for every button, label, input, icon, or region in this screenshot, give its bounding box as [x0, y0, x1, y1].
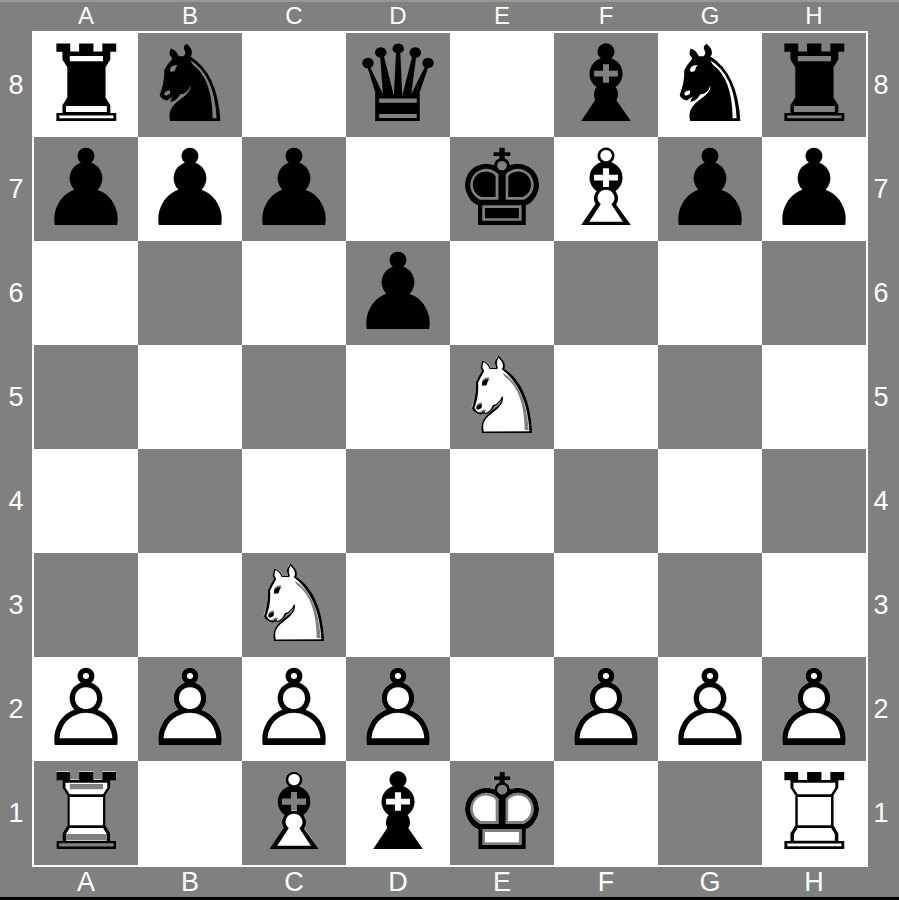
black-pawn[interactable]: ♟ — [138, 137, 242, 241]
square-f7[interactable]: ♝♗ — [554, 137, 658, 241]
square-a5[interactable] — [34, 345, 138, 449]
rank-label-right-3: 3 — [866, 553, 896, 657]
square-g8[interactable]: ♞ — [658, 33, 762, 137]
square-e6[interactable] — [450, 241, 554, 345]
piece-glyph: ♟ — [346, 241, 450, 345]
square-e5[interactable]: ♞♘ — [450, 345, 554, 449]
square-b4[interactable] — [138, 449, 242, 553]
piece-fill-layer: ♟ — [346, 657, 450, 761]
white-pawn[interactable]: ♟♙ — [138, 657, 242, 761]
file-label-bottom-h: H — [762, 867, 866, 898]
rank-labels-left: 87654321 — [0, 33, 32, 865]
piece-glyph: ♞ — [658, 33, 762, 137]
black-pawn[interactable]: ♟ — [34, 137, 138, 241]
black-rook[interactable]: ♜ — [34, 33, 138, 137]
square-a6[interactable] — [34, 241, 138, 345]
white-rook[interactable]: ♜♖ — [34, 761, 138, 865]
white-pawn[interactable]: ♟♙ — [658, 657, 762, 761]
square-g7[interactable]: ♟ — [658, 137, 762, 241]
file-label-top-b: B — [138, 0, 242, 31]
square-d5[interactable] — [346, 345, 450, 449]
piece-outline-layer: ♖ — [34, 761, 138, 865]
rank-label-right-4: 4 — [866, 449, 896, 553]
black-rook[interactable]: ♜ — [762, 33, 866, 137]
file-labels-bottom: ABCDEFGH — [34, 867, 866, 895]
square-d8[interactable]: ♛ — [346, 33, 450, 137]
rank-label-right-7: 7 — [866, 137, 896, 241]
square-b1[interactable] — [138, 761, 242, 865]
file-label-bottom-a: A — [34, 867, 138, 898]
file-label-bottom-c: C — [242, 867, 346, 898]
square-h2[interactable]: ♟♙ — [762, 657, 866, 761]
square-h6[interactable] — [762, 241, 866, 345]
piece-fill-layer: ♟ — [34, 657, 138, 761]
square-f3[interactable] — [554, 553, 658, 657]
piece-fill-layer: ♚ — [450, 761, 554, 865]
file-label-bottom-b: B — [138, 867, 242, 898]
square-h3[interactable] — [762, 553, 866, 657]
piece-outline-layer: ♙ — [346, 657, 450, 761]
square-c8[interactable] — [242, 33, 346, 137]
square-f5[interactable] — [554, 345, 658, 449]
square-c6[interactable] — [242, 241, 346, 345]
file-label-bottom-d: D — [346, 867, 450, 898]
rank-label-right-6: 6 — [866, 241, 896, 345]
black-queen[interactable]: ♛ — [346, 33, 450, 137]
square-h4[interactable] — [762, 449, 866, 553]
square-b6[interactable] — [138, 241, 242, 345]
black-knight[interactable]: ♞ — [138, 33, 242, 137]
square-g3[interactable] — [658, 553, 762, 657]
square-a8[interactable]: ♜ — [34, 33, 138, 137]
square-e8[interactable] — [450, 33, 554, 137]
rank-label-right-2: 2 — [866, 657, 896, 761]
white-pawn[interactable]: ♟♙ — [34, 657, 138, 761]
black-knight[interactable]: ♞ — [658, 33, 762, 137]
piece-outline-layer: ♗ — [242, 761, 346, 865]
square-b7[interactable]: ♟ — [138, 137, 242, 241]
square-f8[interactable]: ♝ — [554, 33, 658, 137]
square-e1[interactable]: ♚♔ — [450, 761, 554, 865]
file-label-top-d: D — [346, 0, 450, 31]
rank-label-left-8: 8 — [0, 33, 32, 137]
piece-fill-layer: ♟ — [658, 657, 762, 761]
piece-fill-layer: ♟ — [762, 657, 866, 761]
piece-outline-layer: ♗ — [554, 137, 658, 241]
square-f1[interactable] — [554, 761, 658, 865]
piece-fill-layer: ♞ — [450, 345, 554, 449]
black-king[interactable]: ♚ — [450, 137, 554, 241]
piece-glyph: ♟ — [34, 137, 138, 241]
piece-outline-layer: ♙ — [242, 657, 346, 761]
piece-fill-layer: ♜ — [34, 761, 138, 865]
piece-fill-layer: ♟ — [554, 657, 658, 761]
square-b5[interactable] — [138, 345, 242, 449]
square-d1[interactable]: ♝ — [346, 761, 450, 865]
square-c2[interactable]: ♟♙ — [242, 657, 346, 761]
chess-board: ♜♞♛♝♞♜♟♟♟♚♝♗♟♟♟♞♘♞♘♟♙♟♙♟♙♟♙♟♙♟♙♟♙♜♖♝♗♝♚♔… — [34, 33, 866, 865]
piece-glyph: ♝ — [554, 33, 658, 137]
piece-glyph: ♟ — [658, 137, 762, 241]
white-knight[interactable]: ♞♘ — [242, 553, 346, 657]
rank-label-left-1: 1 — [0, 761, 32, 865]
piece-glyph: ♟ — [138, 137, 242, 241]
file-label-top-g: G — [658, 0, 762, 31]
square-c3[interactable]: ♞♘ — [242, 553, 346, 657]
rank-labels-right: 87654321 — [866, 33, 896, 865]
white-bishop[interactable]: ♝♗ — [242, 761, 346, 865]
piece-outline-layer: ♖ — [762, 761, 866, 865]
piece-glyph: ♛ — [346, 33, 450, 137]
square-f4[interactable] — [554, 449, 658, 553]
piece-outline-layer: ♙ — [658, 657, 762, 761]
square-b2[interactable]: ♟♙ — [138, 657, 242, 761]
rank-label-right-8: 8 — [866, 33, 896, 137]
rank-label-left-5: 5 — [0, 345, 32, 449]
rank-label-right-5: 5 — [866, 345, 896, 449]
file-label-top-a: A — [34, 0, 138, 31]
square-c7[interactable]: ♟ — [242, 137, 346, 241]
piece-outline-layer: ♔ — [450, 761, 554, 865]
white-pawn[interactable]: ♟♙ — [346, 657, 450, 761]
square-b3[interactable] — [138, 553, 242, 657]
chess-board-app: ABCDEFGH 87654321 87654321 ABCDEFGH ♜♞♛♝… — [0, 0, 899, 900]
white-knight[interactable]: ♞♘ — [450, 345, 554, 449]
piece-outline-layer: ♘ — [450, 345, 554, 449]
square-e3[interactable] — [450, 553, 554, 657]
piece-outline-layer: ♙ — [762, 657, 866, 761]
black-bishop[interactable]: ♝ — [554, 33, 658, 137]
square-g2[interactable]: ♟♙ — [658, 657, 762, 761]
piece-fill-layer: ♟ — [242, 657, 346, 761]
square-a1[interactable]: ♜♖ — [34, 761, 138, 865]
file-label-top-c: C — [242, 0, 346, 31]
file-label-top-f: F — [554, 0, 658, 31]
black-pawn[interactable]: ♟ — [346, 241, 450, 345]
black-pawn[interactable]: ♟ — [658, 137, 762, 241]
white-king[interactable]: ♚♔ — [450, 761, 554, 865]
square-d2[interactable]: ♟♙ — [346, 657, 450, 761]
rank-label-left-7: 7 — [0, 137, 32, 241]
file-label-bottom-f: F — [554, 867, 658, 898]
piece-fill-layer: ♜ — [762, 761, 866, 865]
square-b8[interactable]: ♞ — [138, 33, 242, 137]
rank-label-left-3: 3 — [0, 553, 32, 657]
black-pawn[interactable]: ♟ — [242, 137, 346, 241]
rank-label-right-1: 1 — [866, 761, 896, 865]
piece-glyph: ♞ — [138, 33, 242, 137]
square-g1[interactable] — [658, 761, 762, 865]
piece-outline-layer: ♙ — [138, 657, 242, 761]
square-h7[interactable]: ♟ — [762, 137, 866, 241]
square-d6[interactable]: ♟ — [346, 241, 450, 345]
square-d3[interactable] — [346, 553, 450, 657]
piece-fill-layer: ♝ — [242, 761, 346, 865]
square-g5[interactable] — [658, 345, 762, 449]
square-e2[interactable] — [450, 657, 554, 761]
white-rook[interactable]: ♜♖ — [762, 761, 866, 865]
file-label-bottom-e: E — [450, 867, 554, 898]
square-c5[interactable] — [242, 345, 346, 449]
square-a3[interactable] — [34, 553, 138, 657]
square-h5[interactable] — [762, 345, 866, 449]
square-d4[interactable] — [346, 449, 450, 553]
piece-fill-layer: ♟ — [138, 657, 242, 761]
white-pawn[interactable]: ♟♙ — [554, 657, 658, 761]
piece-fill-layer: ♝ — [554, 137, 658, 241]
piece-fill-layer: ♞ — [242, 553, 346, 657]
square-a2[interactable]: ♟♙ — [34, 657, 138, 761]
piece-glyph: ♟ — [762, 137, 866, 241]
rank-label-left-4: 4 — [0, 449, 32, 553]
piece-outline-layer: ♙ — [554, 657, 658, 761]
square-g4[interactable] — [658, 449, 762, 553]
square-c1[interactable]: ♝♗ — [242, 761, 346, 865]
square-h1[interactable]: ♜♖ — [762, 761, 866, 865]
file-label-top-h: H — [762, 0, 866, 31]
white-bishop[interactable]: ♝♗ — [554, 137, 658, 241]
square-h8[interactable]: ♜ — [762, 33, 866, 137]
black-bishop[interactable]: ♝ — [346, 761, 450, 865]
black-pawn[interactable]: ♟ — [762, 137, 866, 241]
piece-outline-layer: ♙ — [34, 657, 138, 761]
white-pawn[interactable]: ♟♙ — [762, 657, 866, 761]
piece-glyph: ♜ — [762, 33, 866, 137]
square-f2[interactable]: ♟♙ — [554, 657, 658, 761]
white-pawn[interactable]: ♟♙ — [242, 657, 346, 761]
square-g6[interactable] — [658, 241, 762, 345]
square-a7[interactable]: ♟ — [34, 137, 138, 241]
square-f6[interactable] — [554, 241, 658, 345]
piece-glyph: ♝ — [346, 761, 450, 865]
rank-label-left-2: 2 — [0, 657, 32, 761]
file-label-bottom-g: G — [658, 867, 762, 898]
piece-glyph: ♜ — [34, 33, 138, 137]
piece-glyph: ♚ — [450, 137, 554, 241]
piece-glyph: ♟ — [242, 137, 346, 241]
square-a4[interactable] — [34, 449, 138, 553]
piece-outline-layer: ♘ — [242, 553, 346, 657]
square-c4[interactable] — [242, 449, 346, 553]
square-e7[interactable]: ♚ — [450, 137, 554, 241]
square-e4[interactable] — [450, 449, 554, 553]
square-d7[interactable] — [346, 137, 450, 241]
rank-label-left-6: 6 — [0, 241, 32, 345]
file-label-top-e: E — [450, 0, 554, 31]
file-labels-top: ABCDEFGH — [34, 0, 866, 31]
